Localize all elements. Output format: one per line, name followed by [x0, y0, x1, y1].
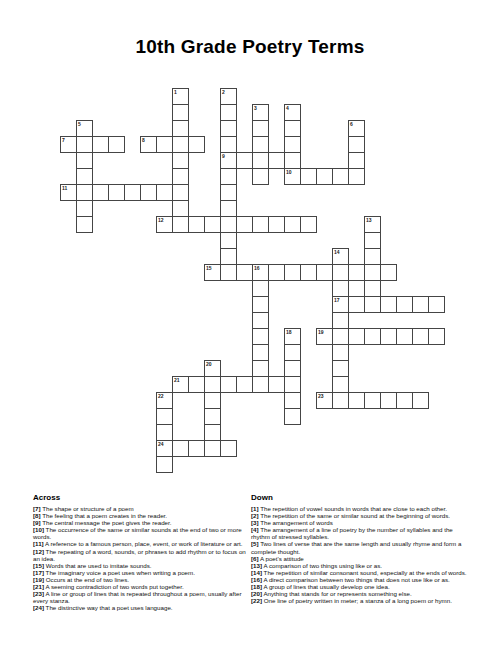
grid-cell[interactable] [284, 264, 301, 281]
grid-cell[interactable]: 19 [316, 328, 333, 345]
grid-cell[interactable] [204, 376, 221, 393]
clue-number: 5 [78, 121, 81, 127]
clue-item-number: [23] [33, 590, 44, 597]
grid-cell[interactable] [124, 184, 141, 201]
grid-cell[interactable] [108, 136, 125, 153]
clue-number: 11 [62, 185, 67, 191]
grid-cell[interactable] [284, 152, 301, 169]
grid-cell[interactable] [316, 168, 333, 185]
grid-cell[interactable] [76, 168, 93, 185]
grid-cell[interactable] [252, 120, 269, 137]
clue-item-across-15: [15] Words that are used to imitate soun… [33, 562, 247, 569]
clue-item-number: [4] [251, 526, 259, 533]
grid-cell[interactable]: 24 [156, 440, 173, 457]
grid-cell[interactable] [364, 280, 381, 297]
clue-item-number: [17] [33, 569, 44, 576]
grid-cell[interactable]: 6 [348, 120, 365, 137]
clue-item-across-11: [11] A reference to a famous person, pla… [33, 540, 247, 547]
grid-cell[interactable] [172, 200, 189, 217]
grid-cell[interactable] [348, 168, 365, 185]
clue-item-number: [10] [33, 526, 44, 533]
grid-cell[interactable]: 9 [220, 152, 237, 169]
grid-cell[interactable] [76, 216, 93, 233]
grid-cell[interactable] [220, 104, 237, 121]
grid-cell[interactable] [172, 120, 189, 137]
page-title: 10th Grade Poetry Terms [0, 36, 500, 58]
grid-cell[interactable] [300, 216, 317, 233]
grid-cell[interactable] [316, 264, 333, 281]
clue-item-number: [9] [33, 519, 41, 526]
grid-cell[interactable] [172, 184, 189, 201]
grid-cell[interactable] [268, 152, 285, 169]
grid-cell[interactable] [76, 200, 93, 217]
clue-item-across-10: [10] The occurrence of the same or simil… [33, 526, 247, 540]
grid-cell[interactable] [348, 328, 365, 345]
clue-number: 15 [206, 265, 212, 271]
clue-item-number: [5] [251, 540, 259, 547]
grid-cell[interactable] [412, 392, 429, 409]
grid-cell[interactable] [364, 264, 381, 281]
grid-cell[interactable] [380, 296, 397, 313]
grid-cell[interactable] [348, 264, 365, 281]
grid-cell[interactable] [252, 376, 269, 393]
grid-cell[interactable] [156, 456, 173, 473]
clue-number: 1 [174, 89, 177, 95]
clue-item-number: [3] [251, 519, 259, 526]
clue-item-number: [1] [251, 505, 259, 512]
down-clue-list: [1] The repetition of vowel sounds in wo… [251, 505, 473, 604]
grid-cell[interactable] [252, 344, 269, 361]
grid-cell[interactable] [428, 328, 445, 345]
grid-cell[interactable] [332, 168, 349, 185]
grid-cell[interactable] [236, 152, 253, 169]
clue-number: 3 [254, 105, 257, 111]
clue-number: 6 [350, 121, 353, 127]
grid-cell[interactable] [412, 328, 429, 345]
grid-cell[interactable] [220, 440, 237, 457]
grid-cell[interactable]: 18 [284, 328, 301, 345]
grid-cell[interactable] [380, 328, 397, 345]
grid-cell[interactable] [220, 184, 237, 201]
clue-item-across-17: [17] The imaginary voice a poet uses whe… [33, 569, 247, 576]
grid-cell[interactable] [220, 136, 237, 153]
grid-cell[interactable] [252, 152, 269, 169]
grid-cell[interactable] [220, 216, 237, 233]
clue-item-number: [2] [251, 512, 259, 519]
grid-cell[interactable] [188, 376, 205, 393]
clue-item-across-23: [23] A line or group of lines that is re… [33, 590, 247, 604]
grid-cell[interactable] [236, 376, 253, 393]
grid-cell[interactable] [252, 360, 269, 377]
clue-item-down-20: [20] Anything that stands for or represe… [251, 590, 473, 597]
clue-number: 13 [366, 217, 372, 223]
grid-cell[interactable] [172, 104, 189, 121]
grid-cell[interactable] [380, 392, 397, 409]
grid-cell[interactable] [268, 376, 285, 393]
clue-item-down-13: [13] A comparison of two things using li… [251, 562, 473, 569]
grid-cell[interactable]: 16 [252, 264, 269, 281]
grid-cell[interactable] [332, 280, 349, 297]
clue-number: 18 [286, 329, 292, 335]
grid-cell[interactable] [156, 408, 173, 425]
grid-cell[interactable] [332, 376, 349, 393]
grid-cell[interactable]: 10 [284, 168, 301, 185]
clue-number: 10 [286, 169, 292, 175]
grid-cell[interactable] [284, 120, 301, 137]
clue-number: 19 [318, 329, 324, 335]
grid-cell[interactable] [364, 232, 381, 249]
clue-item-down-18: [18] A group of lines that usually devel… [251, 583, 473, 590]
grid-cell[interactable] [252, 328, 269, 345]
clue-item-across-9: [9] The central message the poet gives t… [33, 519, 247, 526]
grid-cell[interactable] [332, 264, 349, 281]
clue-item-down-2: [2] The repetition of the same or simila… [251, 512, 473, 519]
grid-cell[interactable] [364, 328, 381, 345]
grid-cell[interactable] [332, 344, 349, 361]
grid-cell[interactable] [204, 424, 221, 441]
grid-cell[interactable]: 7 [60, 136, 77, 153]
clue-item-across-19: [19] Occurs at the end of two lines. [33, 576, 247, 583]
grid-cell[interactable] [396, 296, 413, 313]
grid-cell[interactable]: 2 [220, 88, 237, 105]
grid-cell[interactable] [236, 216, 253, 233]
clue-item-across-24: [24] The distinctive way that a poet use… [33, 604, 247, 611]
clue-item-down-6: [6] A poet's attitude [251, 555, 473, 562]
grid-cell[interactable] [364, 248, 381, 265]
grid-cell[interactable] [252, 216, 269, 233]
across-header: Across [33, 493, 247, 502]
grid-cell[interactable] [396, 392, 413, 409]
across-clue-list: [7] The shape or structure of a poem[8] … [33, 505, 247, 611]
clue-number: 23 [318, 393, 324, 399]
grid-cell[interactable] [348, 152, 365, 169]
grid-cell[interactable] [348, 392, 365, 409]
grid-cell[interactable] [188, 440, 205, 457]
grid-cell[interactable] [76, 152, 93, 169]
grid-cell[interactable] [156, 136, 173, 153]
clue-item-number: [7] [33, 505, 41, 512]
grid-cell[interactable] [348, 136, 365, 153]
grid-cell[interactable] [220, 264, 237, 281]
grid-cell[interactable] [220, 376, 237, 393]
clue-number: 12 [158, 217, 164, 223]
grid-cell[interactable]: 20 [204, 360, 221, 377]
clue-number: 22 [158, 393, 164, 399]
clue-item-number: [15] [33, 562, 44, 569]
grid-cell[interactable] [268, 264, 285, 281]
across-clues-section: Across [7] The shape or structure of a p… [33, 493, 247, 611]
grid-cell[interactable] [220, 120, 237, 137]
grid-cell[interactable] [284, 408, 301, 425]
clue-item-number: [24] [33, 604, 44, 611]
clue-item-number: [12] [33, 548, 44, 555]
clue-item-across-7: [7] The shape or structure of a poem [33, 505, 247, 512]
clue-item-down-5: [5] Two lines of verse that are the same… [251, 540, 473, 554]
clue-item-down-16: [16] A direct comparison between two thi… [251, 576, 473, 583]
grid-cell[interactable]: 1 [172, 88, 189, 105]
grid-cell[interactable] [252, 280, 269, 297]
clue-item-number: [18] [251, 583, 262, 590]
clue-item-number: [22] [251, 597, 262, 604]
grid-cell[interactable] [412, 296, 429, 313]
grid-cell[interactable]: 22 [156, 392, 173, 409]
grid-cell[interactable] [172, 168, 189, 185]
grid-cell[interactable] [284, 376, 301, 393]
clue-item-number: [14] [251, 569, 262, 576]
grid-cell[interactable]: 4 [284, 104, 301, 121]
clue-item-number: [13] [251, 562, 262, 569]
grid-cell[interactable] [220, 248, 237, 265]
grid-cell[interactable] [204, 408, 221, 425]
clue-item-across-12: [12] The repeating of a word, sounds, or… [33, 548, 247, 562]
grid-cell[interactable]: 11 [60, 184, 77, 201]
grid-cell[interactable] [284, 216, 301, 233]
grid-cell[interactable] [156, 424, 173, 441]
clue-item-across-8: [8] The feeling that a poem creates in t… [33, 512, 247, 519]
grid-cell[interactable] [156, 184, 173, 201]
grid-cell[interactable] [172, 152, 189, 169]
grid-cell[interactable]: 23 [316, 392, 333, 409]
grid-cell[interactable] [108, 184, 125, 201]
grid-cell[interactable] [220, 232, 237, 249]
grid-cell[interactable] [332, 328, 349, 345]
grid-cell[interactable] [76, 184, 93, 201]
grid-cell[interactable] [140, 184, 157, 201]
clue-number: 24 [158, 441, 164, 447]
grid-cell[interactable] [284, 360, 301, 377]
grid-cell[interactable] [428, 296, 445, 313]
clue-number: 4 [286, 105, 289, 111]
grid-cell[interactable]: 14 [332, 248, 349, 265]
grid-cell[interactable]: 12 [156, 216, 173, 233]
grid-cell[interactable] [364, 392, 381, 409]
grid-cell[interactable] [332, 392, 349, 409]
clue-number: 16 [254, 265, 260, 271]
clue-number: 21 [174, 377, 180, 383]
clue-item-across-21: [21] A seeming contradiction of two word… [33, 583, 247, 590]
clue-item-down-4: [4] The arrangement of a line of poetry … [251, 526, 473, 540]
grid-cell[interactable] [252, 136, 269, 153]
clue-number: 7 [62, 137, 65, 143]
grid-cell[interactable] [284, 344, 301, 361]
grid-cell[interactable]: 8 [140, 136, 157, 153]
grid-cell[interactable] [220, 200, 237, 217]
grid-cell[interactable] [380, 264, 397, 281]
clue-number: 8 [142, 137, 145, 143]
grid-cell[interactable] [92, 136, 109, 153]
crossword-grid: 123456789101112131415161718192021222324 [60, 88, 446, 474]
grid-cell[interactable] [332, 312, 349, 329]
clue-number: 2 [222, 89, 225, 95]
grid-cell[interactable]: 21 [172, 376, 189, 393]
clue-item-number: [11] [33, 540, 44, 547]
clue-item-down-1: [1] The repetition of vowel sounds in wo… [251, 505, 473, 512]
grid-cell[interactable] [172, 136, 189, 153]
clue-item-down-14: [14] The repetition of similar consonant… [251, 569, 473, 576]
grid-cell[interactable] [284, 136, 301, 153]
grid-cell[interactable] [188, 136, 205, 153]
clue-number: 14 [334, 249, 340, 255]
grid-cell[interactable]: 15 [204, 264, 221, 281]
grid-cell[interactable] [284, 392, 301, 409]
grid-cell[interactable] [220, 168, 237, 185]
grid-cell[interactable] [188, 216, 205, 233]
grid-cell[interactable] [252, 312, 269, 329]
grid-cell[interactable] [332, 360, 349, 377]
clue-item-number: [19] [33, 576, 44, 583]
grid-cell[interactable] [204, 392, 221, 409]
grid-cell[interactable]: 5 [76, 120, 93, 137]
clue-item-number: [20] [251, 590, 262, 597]
grid-cell[interactable] [204, 216, 221, 233]
grid-cell[interactable] [252, 296, 269, 313]
clue-number: 20 [206, 361, 212, 367]
down-header: Down [251, 493, 473, 502]
grid-cell[interactable] [252, 168, 269, 185]
clue-item-number: [8] [33, 512, 41, 519]
grid-cell[interactable] [92, 184, 109, 201]
clue-item-number: [6] [251, 555, 259, 562]
clue-item-number: [16] [251, 576, 262, 583]
grid-cell[interactable] [172, 440, 189, 457]
grid-cell[interactable] [300, 264, 317, 281]
clue-number: 17 [334, 297, 340, 303]
clue-item-down-3: [3] The arrangement of words [251, 519, 473, 526]
grid-cell[interactable]: 3 [252, 104, 269, 121]
grid-cell[interactable] [300, 168, 317, 185]
grid-cell[interactable] [204, 440, 221, 457]
grid-cell[interactable] [348, 296, 365, 313]
grid-cell[interactable]: 17 [332, 296, 349, 313]
grid-cell[interactable] [396, 328, 413, 345]
crossword-worksheet: { "game": "crossword", "title": "10th Gr… [0, 0, 500, 647]
grid-cell[interactable] [364, 296, 381, 313]
grid-cell[interactable]: 13 [364, 216, 381, 233]
clue-number: 9 [222, 153, 225, 159]
down-clues-section: Down [1] The repetition of vowel sounds … [251, 493, 473, 604]
clue-item-number: [21] [33, 583, 44, 590]
grid-cell[interactable] [172, 216, 189, 233]
clue-item-down-22: [22] One line of poetry written in meter… [251, 597, 473, 604]
grid-cell[interactable] [76, 136, 93, 153]
grid-cell[interactable] [268, 216, 285, 233]
grid-cell[interactable] [236, 264, 253, 281]
